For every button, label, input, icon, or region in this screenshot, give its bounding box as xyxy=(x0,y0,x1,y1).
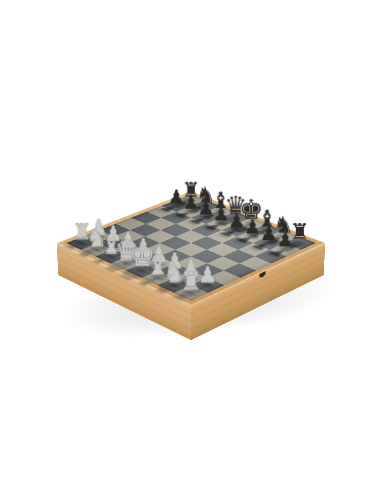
piece-black-pawn-h7[interactable]: ♟ xyxy=(276,229,294,249)
product-photo: ♜♜♞♞♝♝♛♛♚♚♝♝♞♞♜♜♟♟♟♟♟♟♟♟♟♟♟♟♟♟♟♟♟♟♟♟♟♟♟♟… xyxy=(0,0,375,500)
wooden-box-top: ♜♜♞♞♝♝♛♛♚♚♝♝♞♞♜♜♟♟♟♟♟♟♟♟♟♟♟♟♟♟♟♟♟♟♟♟♟♟♟♟… xyxy=(57,191,326,306)
piece-white-rook-h1[interactable]: ♜ xyxy=(180,269,201,293)
piece-black-pawn-g7[interactable]: ♟ xyxy=(260,223,278,243)
lid-finger-notch[interactable] xyxy=(259,271,265,279)
piece-black-pawn-f7[interactable]: ♟ xyxy=(244,217,262,237)
